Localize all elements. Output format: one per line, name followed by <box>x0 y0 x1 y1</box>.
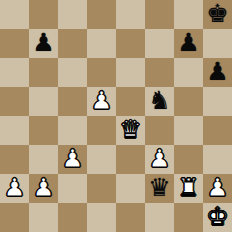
square-f5[interactable]: ♞ <box>145 87 174 116</box>
piece-black-pawn-h6[interactable]: ♟ <box>206 57 228 86</box>
square-a8[interactable] <box>0 0 29 29</box>
piece-white-pawn-a2[interactable]: ♟ <box>3 173 25 202</box>
square-f2[interactable]: ♛ <box>145 174 174 203</box>
piece-white-pawn-d5[interactable]: ♟ <box>90 86 112 115</box>
square-h5[interactable] <box>203 87 232 116</box>
square-h4[interactable] <box>203 116 232 145</box>
square-a5[interactable] <box>0 87 29 116</box>
square-d7[interactable] <box>87 29 116 58</box>
square-c6[interactable] <box>58 58 87 87</box>
square-a2[interactable]: ♟ <box>0 174 29 203</box>
piece-white-pawn-b2[interactable]: ♟ <box>32 173 54 202</box>
chess-board: ♚♟♟♟♟♞♛♟♟♟♟♛♜♟♚ <box>0 0 232 232</box>
square-d1[interactable] <box>87 203 116 232</box>
square-d3[interactable] <box>87 145 116 174</box>
square-a7[interactable] <box>0 29 29 58</box>
square-c2[interactable] <box>58 174 87 203</box>
square-a1[interactable] <box>0 203 29 232</box>
piece-white-pawn-c3[interactable]: ♟ <box>61 144 83 173</box>
piece-white-rook-g2[interactable]: ♜ <box>177 173 199 202</box>
square-h7[interactable] <box>203 29 232 58</box>
square-h3[interactable] <box>203 145 232 174</box>
piece-black-queen-f2[interactable]: ♛ <box>148 173 170 202</box>
square-h8[interactable]: ♚ <box>203 0 232 29</box>
square-f8[interactable] <box>145 0 174 29</box>
square-e5[interactable] <box>116 87 145 116</box>
piece-white-pawn-f3[interactable]: ♟ <box>148 144 170 173</box>
square-b1[interactable] <box>29 203 58 232</box>
square-g1[interactable] <box>174 203 203 232</box>
square-b4[interactable] <box>29 116 58 145</box>
square-f7[interactable] <box>145 29 174 58</box>
square-e6[interactable] <box>116 58 145 87</box>
square-f6[interactable] <box>145 58 174 87</box>
piece-white-queen-e4[interactable]: ♛ <box>119 115 141 144</box>
piece-black-knight-f5[interactable]: ♞ <box>148 86 170 115</box>
square-h1[interactable]: ♚ <box>203 203 232 232</box>
piece-black-king-h8[interactable]: ♚ <box>206 0 228 28</box>
square-g4[interactable] <box>174 116 203 145</box>
square-d5[interactable]: ♟ <box>87 87 116 116</box>
square-g2[interactable]: ♜ <box>174 174 203 203</box>
square-c5[interactable] <box>58 87 87 116</box>
square-c3[interactable]: ♟ <box>58 145 87 174</box>
square-a3[interactable] <box>0 145 29 174</box>
square-b8[interactable] <box>29 0 58 29</box>
square-g7[interactable]: ♟ <box>174 29 203 58</box>
square-b2[interactable]: ♟ <box>29 174 58 203</box>
square-b5[interactable] <box>29 87 58 116</box>
square-g3[interactable] <box>174 145 203 174</box>
square-f4[interactable] <box>145 116 174 145</box>
square-f1[interactable] <box>145 203 174 232</box>
square-b6[interactable] <box>29 58 58 87</box>
square-e3[interactable] <box>116 145 145 174</box>
square-e8[interactable] <box>116 0 145 29</box>
square-c4[interactable] <box>58 116 87 145</box>
square-a6[interactable] <box>0 58 29 87</box>
piece-black-pawn-b7[interactable]: ♟ <box>32 28 54 57</box>
square-e1[interactable] <box>116 203 145 232</box>
square-f3[interactable]: ♟ <box>145 145 174 174</box>
square-e2[interactable] <box>116 174 145 203</box>
piece-white-king-h1[interactable]: ♚ <box>206 202 228 231</box>
square-h6[interactable]: ♟ <box>203 58 232 87</box>
square-h2[interactable]: ♟ <box>203 174 232 203</box>
square-e4[interactable]: ♛ <box>116 116 145 145</box>
square-b7[interactable]: ♟ <box>29 29 58 58</box>
square-d6[interactable] <box>87 58 116 87</box>
piece-white-pawn-h2[interactable]: ♟ <box>206 173 228 202</box>
square-g6[interactable] <box>174 58 203 87</box>
square-e7[interactable] <box>116 29 145 58</box>
square-a4[interactable] <box>0 116 29 145</box>
square-c7[interactable] <box>58 29 87 58</box>
square-c8[interactable] <box>58 0 87 29</box>
square-d2[interactable] <box>87 174 116 203</box>
square-b3[interactable] <box>29 145 58 174</box>
square-c1[interactable] <box>58 203 87 232</box>
square-d4[interactable] <box>87 116 116 145</box>
square-g5[interactable] <box>174 87 203 116</box>
square-d8[interactable] <box>87 0 116 29</box>
square-g8[interactable] <box>174 0 203 29</box>
piece-black-pawn-g7[interactable]: ♟ <box>177 28 199 57</box>
